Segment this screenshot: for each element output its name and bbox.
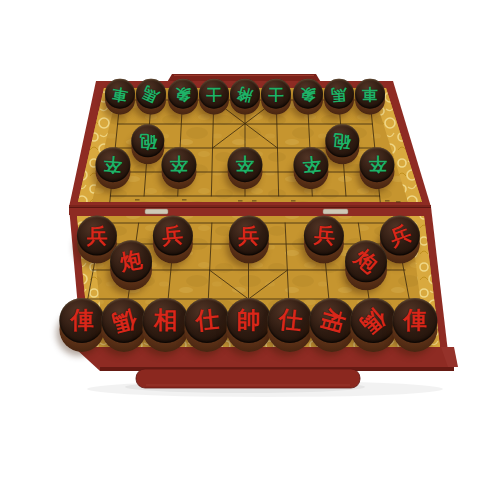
piece-red-elephant[interactable]: 相 — [143, 298, 188, 351]
piece-glyph: 兵 — [387, 222, 414, 249]
piece-green-soldier[interactable]: 卒 — [227, 147, 262, 188]
piece-red-soldier[interactable]: 兵 — [153, 216, 193, 263]
piece-green-soldier[interactable]: 卒 — [360, 147, 395, 188]
piece-glyph: 俥 — [403, 309, 427, 333]
piece-glyph: 馬 — [141, 83, 162, 104]
piece-glyph: 傌 — [109, 306, 138, 335]
piece-glyph: 炮 — [119, 249, 144, 274]
piece-face: 士 — [199, 79, 229, 109]
piece-green-horse[interactable]: 馬 — [324, 79, 354, 114]
piece-red-general[interactable]: 帥 — [226, 298, 271, 351]
piece-glyph: 將 — [235, 84, 254, 103]
piece-face: 象 — [168, 79, 198, 109]
piece-glyph: 卒 — [236, 156, 254, 174]
piece-green-chariot[interactable]: 車 — [355, 79, 385, 114]
piece-glyph: 兵 — [313, 224, 336, 247]
piece-glyph: 俥 — [70, 309, 94, 333]
piece-face: 卒 — [294, 147, 329, 182]
piece-glyph: 車 — [362, 86, 378, 102]
piece-green-soldier[interactable]: 卒 — [161, 147, 196, 188]
piece-face: 象 — [293, 79, 323, 109]
piece-glyph: 兵 — [161, 224, 184, 247]
piece-face: 馬 — [136, 79, 166, 109]
piece-face: 卒 — [360, 147, 395, 182]
piece-red-advisor[interactable]: 仕 — [267, 298, 312, 351]
piece-face: 卒 — [95, 147, 130, 182]
piece-face: 士 — [261, 79, 291, 109]
piece-glyph: 象 — [174, 85, 191, 102]
piece-green-elephant[interactable]: 象 — [168, 79, 198, 114]
piece-glyph: 相 — [153, 309, 177, 333]
piece-red-soldier[interactable]: 兵 — [228, 216, 268, 263]
piece-glyph: 兵 — [87, 225, 108, 246]
piece-red-cannon[interactable]: 炮 — [345, 240, 387, 289]
piece-green-advisor[interactable]: 士 — [199, 79, 229, 114]
piece-glyph: 車 — [111, 85, 129, 103]
xiangqi-set-photo: 車馬象士將士象馬車砲砲卒卒卒卒卒兵兵兵兵兵炮炮俥傌相仕帥仕相傌俥 — [0, 0, 500, 500]
piece-glyph: 仕 — [194, 308, 220, 334]
piece-green-general[interactable]: 將 — [230, 79, 260, 114]
piece-face: 將 — [230, 79, 260, 109]
piece-face: 馬 — [324, 79, 354, 109]
piece-glyph: 象 — [299, 85, 316, 102]
piece-red-chariot[interactable]: 俥 — [392, 298, 437, 351]
piece-face: 卒 — [227, 147, 262, 182]
piece-glyph: 卒 — [170, 156, 188, 174]
piece-green-advisor[interactable]: 士 — [261, 79, 291, 114]
piece-glyph: 卒 — [368, 156, 386, 174]
piece-red-horse[interactable]: 傌 — [101, 298, 146, 351]
piece-glyph: 兵 — [238, 225, 259, 246]
piece-face: 車 — [105, 79, 135, 109]
piece-green-chariot[interactable]: 車 — [105, 79, 135, 114]
piece-glyph: 卒 — [103, 155, 123, 175]
piece-glyph: 相 — [317, 306, 346, 335]
piece-glyph: 砲 — [333, 132, 352, 151]
piece-face: 車 — [355, 79, 385, 109]
piece-glyph: 卒 — [301, 155, 321, 175]
piece-red-elephant[interactable]: 相 — [309, 298, 354, 351]
piece-glyph: 士 — [206, 86, 222, 102]
piece-red-soldier[interactable]: 兵 — [304, 216, 344, 263]
piece-face: 炮 — [345, 240, 387, 282]
piece-red-cannon[interactable]: 炮 — [110, 240, 152, 289]
piece-green-elephant[interactable]: 象 — [293, 79, 323, 114]
piece-red-advisor[interactable]: 仕 — [184, 298, 229, 351]
piece-green-horse[interactable]: 馬 — [136, 79, 166, 114]
piece-glyph: 帥 — [237, 309, 261, 333]
piece-glyph: 傌 — [357, 304, 390, 337]
piece-glyph: 士 — [268, 86, 284, 102]
piece-glyph: 仕 — [277, 308, 303, 334]
piece-red-horse[interactable]: 傌 — [351, 298, 396, 351]
piece-red-chariot[interactable]: 俥 — [59, 298, 104, 351]
piece-green-cannon[interactable]: 砲 — [326, 124, 359, 163]
piece-face: 卒 — [161, 147, 196, 182]
piece-face: 炮 — [110, 240, 152, 282]
piece-green-soldier[interactable]: 卒 — [95, 147, 130, 188]
piece-glyph: 馬 — [330, 85, 347, 102]
piece-glyph: 炮 — [351, 246, 382, 277]
piece-green-soldier[interactable]: 卒 — [294, 147, 329, 188]
piece-glyph: 砲 — [139, 132, 156, 149]
piece-green-cannon[interactable]: 砲 — [131, 124, 164, 163]
